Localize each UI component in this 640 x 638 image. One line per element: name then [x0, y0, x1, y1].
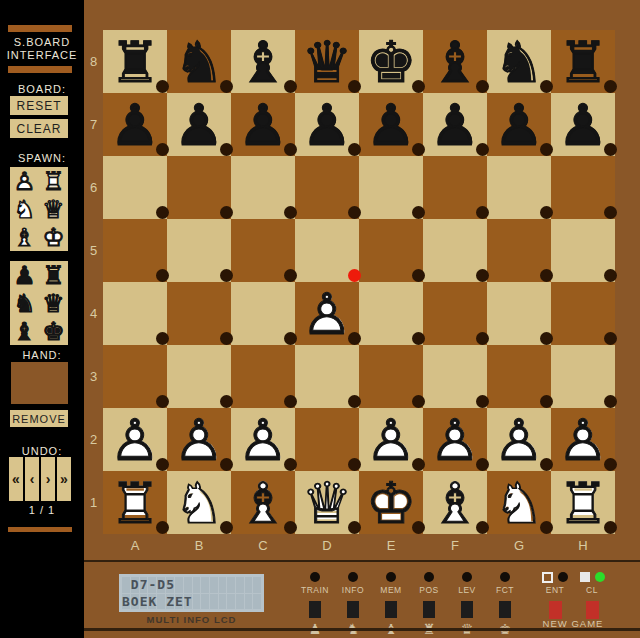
lcd-char-cell [245, 577, 253, 593]
lcd-char-cell [227, 594, 235, 610]
lcd-char-cell: 7 [140, 577, 148, 593]
sidebar: S.BOARD INTERFACE BOARD: RESET CLEAR SPA… [0, 0, 84, 638]
sensor-dot [540, 395, 553, 408]
square-h3[interactable] [551, 345, 615, 408]
sensor-dot [284, 458, 297, 471]
fn-group-lev: LEV♛ [448, 572, 486, 636]
sensor-dot [284, 332, 297, 345]
sensor-dot [476, 395, 489, 408]
square-e6[interactable] [359, 156, 423, 219]
undo-controls: «‹›» [9, 457, 75, 501]
square-g3[interactable] [487, 345, 551, 408]
square-b2[interactable]: ♟♙ [167, 408, 231, 471]
hand-box[interactable] [11, 362, 68, 404]
square-f6[interactable] [423, 156, 487, 219]
square-h1[interactable]: ♜♖ [551, 471, 615, 534]
sensor-dot [540, 332, 553, 345]
piece-outline: ♙ [10, 261, 39, 289]
sensor-dot [220, 143, 233, 156]
sensor-dot [540, 143, 553, 156]
square-c3[interactable] [231, 345, 295, 408]
sensor-dot [604, 80, 617, 93]
lcd-char-cell: D [131, 577, 139, 593]
black-pawn: ♟ [10, 261, 39, 289]
multi-info-lcd: D7-D5 BOEK ZET [119, 574, 264, 612]
sensor-dot [604, 269, 617, 282]
square-e5[interactable] [359, 219, 423, 282]
spawn-black-k[interactable]: ♚♔ [39, 317, 68, 345]
square-d2[interactable] [295, 408, 359, 471]
board-section-label: BOARD: [0, 83, 84, 95]
info-led [348, 572, 358, 582]
sensor-dot [540, 521, 553, 534]
undo-section-label: UNDO: [0, 445, 84, 457]
pos-button[interactable] [423, 601, 435, 618]
sensor-dot [476, 332, 489, 345]
square-b5[interactable] [167, 219, 231, 282]
lcd-char-cell [219, 577, 227, 593]
sensor-dot [220, 80, 233, 93]
mem-button[interactable] [385, 601, 397, 618]
cl-label: CL [586, 585, 598, 595]
square-f1[interactable]: ♝♗ [423, 471, 487, 534]
square-c8[interactable]: ♝♗ [231, 30, 295, 93]
undo-status: 1 / 1 [0, 504, 84, 516]
spawn-panel-black: ♟♙♜♖♞♘♛♕♝♗♚♔ [10, 261, 68, 345]
sensor-dot [412, 269, 425, 282]
square-e8[interactable]: ♚♔ [359, 30, 423, 93]
spawn-section-label: SPAWN: [0, 152, 84, 164]
lcd-char-cell [245, 594, 253, 610]
sensor-dot [348, 80, 361, 93]
square-d7[interactable]: ♟♙ [295, 93, 359, 156]
piece-outline: ♕ [39, 195, 68, 223]
lcd-char-cell: Z [166, 594, 174, 610]
square-f2[interactable]: ♟♙ [423, 408, 487, 471]
piece-outline: ♙ [10, 167, 39, 195]
black-bishop: ♝ [10, 317, 39, 345]
rank-label-6: 6 [84, 156, 103, 219]
square-d5[interactable] [295, 219, 359, 282]
sensor-dot [476, 80, 489, 93]
square-d3[interactable] [295, 345, 359, 408]
square-g8[interactable]: ♞♘ [487, 30, 551, 93]
file-label-H: H [551, 534, 615, 560]
sensor-dot [156, 521, 169, 534]
sensor-dot [412, 395, 425, 408]
rank-label-8: 8 [84, 30, 103, 93]
square-f8[interactable]: ♝♗ [423, 30, 487, 93]
square-b1[interactable]: ♞♘ [167, 471, 231, 534]
white-king: ♚ [39, 223, 68, 251]
sensor-dot [220, 206, 233, 219]
filled-square-indicator [580, 572, 590, 582]
sensor-dot [476, 143, 489, 156]
lcd-char-cell: T [184, 594, 192, 610]
piece-outline: ♘ [10, 289, 39, 317]
reset-button[interactable]: RESET [10, 96, 68, 115]
board-frame: ♜♖♞♘♝♗♛♕♚♔♝♗♞♘♜♖♟♙♟♙♟♙♟♙♟♙♟♙♟♙♟♙♟♙♟♙♟♙♟♙… [84, 0, 640, 560]
chess-board: ♜♖♞♘♝♗♛♕♚♔♝♗♞♘♜♖♟♙♟♙♟♙♟♙♟♙♟♙♟♙♟♙♟♙♟♙♟♙♟♙… [103, 30, 615, 534]
fn-group-train: TRAIN♟ [296, 572, 334, 636]
square-h5[interactable] [551, 219, 615, 282]
sensor-dot [156, 80, 169, 93]
piece-outline: ♔ [39, 223, 68, 251]
sensor-dot [604, 332, 617, 345]
sensor-dot [604, 143, 617, 156]
square-b6[interactable] [167, 156, 231, 219]
square-c5[interactable] [231, 219, 295, 282]
divider-bar [8, 527, 72, 532]
sensor-dot [604, 458, 617, 471]
square-f4[interactable] [423, 282, 487, 345]
black-king: ♚ [39, 317, 68, 345]
lcd-char-cell [184, 577, 192, 593]
file-label-B: B [167, 534, 231, 560]
square-g6[interactable] [487, 156, 551, 219]
fct-label: FCT [496, 585, 514, 595]
square-a3[interactable] [103, 345, 167, 408]
square-h7[interactable]: ♟♙ [551, 93, 615, 156]
lcd-char-cell [210, 594, 218, 610]
file-label-A: A [103, 534, 167, 560]
piece-outline: ♔ [39, 317, 68, 345]
sensor-dot [220, 458, 233, 471]
pos-led [424, 572, 434, 582]
square-b4[interactable] [167, 282, 231, 345]
pos-label: POS [419, 585, 438, 595]
square-g7[interactable]: ♟♙ [487, 93, 551, 156]
black-rook: ♜ [39, 261, 68, 289]
sensor-dot [604, 521, 617, 534]
sensor-dot [540, 206, 553, 219]
square-g2[interactable]: ♟♙ [487, 408, 551, 471]
sensor-dot [220, 269, 233, 282]
piece-outline: ♕ [39, 289, 68, 317]
rank-label-1: 1 [84, 471, 103, 534]
cl-button[interactable] [586, 601, 599, 619]
sensor-dot [348, 332, 361, 345]
square-g1[interactable]: ♞♘ [487, 471, 551, 534]
sensor-dot [156, 332, 169, 345]
info-label: INFO [342, 585, 364, 595]
lcd-char-cell [175, 577, 183, 593]
sensor-dot [604, 395, 617, 408]
square-d1[interactable]: ♛♕ [295, 471, 359, 534]
sensor-dot [412, 458, 425, 471]
square-c6[interactable] [231, 156, 295, 219]
panel-seam [84, 628, 640, 631]
rank-label-7: 7 [84, 93, 103, 156]
train-button[interactable] [309, 601, 321, 618]
lev-led [462, 572, 472, 582]
spawn-white-k[interactable]: ♚♔ [39, 223, 68, 251]
square-e1[interactable]: ♚♔ [359, 471, 423, 534]
ent-label: ENT [546, 585, 565, 595]
lcd-char-cell: E [175, 594, 183, 610]
undo-first-button[interactable]: « [9, 457, 23, 501]
sensor-dot [156, 395, 169, 408]
square-g5[interactable] [487, 219, 551, 282]
sidebar-title-line2: INTERFACE [0, 49, 84, 61]
piece-outline: ♖ [39, 167, 68, 195]
square-h8[interactable]: ♜♖ [551, 30, 615, 93]
hand-section-label: HAND: [0, 349, 84, 361]
lcd-char-cell [236, 594, 244, 610]
sidebar-title-line1: S.BOARD [0, 36, 84, 48]
sensor-dot [540, 458, 553, 471]
mem-label: MEM [380, 585, 401, 595]
spawn-white-n[interactable]: ♞♘ [10, 195, 39, 223]
sensor-dot [412, 80, 425, 93]
cl-group: CL [568, 572, 616, 619]
black-knight: ♞ [10, 289, 39, 317]
clear-button[interactable]: CLEAR [10, 119, 68, 138]
sensor-dot [412, 206, 425, 219]
white-pawn: ♟ [10, 167, 39, 195]
square-a4[interactable] [103, 282, 167, 345]
square-h2[interactable]: ♟♙ [551, 408, 615, 471]
spawn-white-p[interactable]: ♟♙ [10, 167, 39, 195]
square-a7[interactable]: ♟♙ [103, 93, 167, 156]
sensor-dot [284, 269, 297, 282]
square-e7[interactable]: ♟♙ [359, 93, 423, 156]
square-b7[interactable]: ♟♙ [167, 93, 231, 156]
square-a5[interactable] [103, 219, 167, 282]
rank-label-2: 2 [84, 408, 103, 471]
square-c1[interactable]: ♝♗ [231, 471, 295, 534]
sensor-dot [284, 80, 297, 93]
lcd-caption: MULTI INFO LCD [119, 614, 264, 625]
fct-button[interactable] [499, 601, 511, 618]
sensor-dot [604, 206, 617, 219]
lev-label: LEV [458, 585, 476, 595]
sensor-dot [348, 521, 361, 534]
lcd-char-cell [201, 594, 209, 610]
divider-bar [8, 66, 72, 73]
sensor-dot [284, 143, 297, 156]
lcd-char-cell [253, 577, 261, 593]
square-d6[interactable] [295, 156, 359, 219]
black-queen: ♛ [39, 289, 68, 317]
sensor-dot [156, 269, 169, 282]
sensor-dot [284, 521, 297, 534]
undo-back-button[interactable]: ‹ [25, 457, 39, 501]
piece-outline: ♖ [39, 261, 68, 289]
lcd-char-cell [193, 594, 201, 610]
sensor-dot [220, 521, 233, 534]
lcd-char-cell: - [148, 577, 156, 593]
spawn-black-p[interactable]: ♟♙ [10, 261, 39, 289]
square-f3[interactable] [423, 345, 487, 408]
square-c2[interactable]: ♟♙ [231, 408, 295, 471]
white-queen: ♛ [39, 195, 68, 223]
white-rook: ♜ [39, 167, 68, 195]
remove-button[interactable]: REMOVE [10, 410, 68, 427]
square-a8[interactable]: ♜♖ [103, 30, 167, 93]
sensor-dot [412, 332, 425, 345]
spawn-white-q[interactable]: ♛♕ [39, 195, 68, 223]
square-d4[interactable]: ♟♙ [295, 282, 359, 345]
sensor-dot [476, 206, 489, 219]
sensor-dot [476, 521, 489, 534]
square-e2[interactable]: ♟♙ [359, 408, 423, 471]
move-indicator-led [348, 269, 361, 282]
sensor-dot [412, 143, 425, 156]
square-h4[interactable] [551, 282, 615, 345]
lcd-char-cell [201, 577, 209, 593]
cl-led-green [595, 572, 605, 582]
sensor-dot [156, 206, 169, 219]
square-a2[interactable]: ♟♙ [103, 408, 167, 471]
lcd-char-cell: 5 [166, 577, 174, 593]
piece-outline: ♗ [10, 223, 39, 251]
sensor-dot [348, 206, 361, 219]
lcd-char-cell: E [140, 594, 148, 610]
lcd-char-cell: O [131, 594, 139, 610]
square-e4[interactable] [359, 282, 423, 345]
spawn-black-b[interactable]: ♝♗ [10, 317, 39, 345]
sensor-dot [348, 458, 361, 471]
square-d8[interactable]: ♛♕ [295, 30, 359, 93]
file-label-G: G [487, 534, 551, 560]
ent-led [558, 572, 568, 582]
square-g4[interactable] [487, 282, 551, 345]
rank-label-4: 4 [84, 282, 103, 345]
white-knight: ♞ [10, 195, 39, 223]
lcd-char-cell: K [148, 594, 156, 610]
sensor-dot [156, 143, 169, 156]
lev-button[interactable] [461, 601, 473, 618]
fn-group-mem: MEM♝ [372, 572, 410, 636]
sensor-dot [348, 395, 361, 408]
info-button[interactable] [347, 601, 359, 618]
fn-group-pos: POS♜ [410, 572, 448, 636]
sensor-dot [284, 395, 297, 408]
lcd-char-cell [157, 594, 165, 610]
spawn-white-r[interactable]: ♜♖ [39, 167, 68, 195]
rank-label-3: 3 [84, 345, 103, 408]
square-f5[interactable] [423, 219, 487, 282]
lcd-char-cell [253, 594, 261, 610]
train-led [310, 572, 320, 582]
sensor-dot [220, 332, 233, 345]
train-label: TRAIN [301, 585, 329, 595]
spawn-black-n[interactable]: ♞♘ [10, 289, 39, 317]
lcd-char-cell [122, 577, 130, 593]
mem-led [386, 572, 396, 582]
undo-forward-button[interactable]: › [41, 457, 55, 501]
lcd-char-cell [236, 577, 244, 593]
square-h6[interactable] [551, 156, 615, 219]
square-c7[interactable]: ♟♙ [231, 93, 295, 156]
control-panel: D7-D5 BOEK ZET MULTI INFO LCD TRAIN♟INFO… [84, 560, 640, 638]
piece-outline: ♗ [10, 317, 39, 345]
spawn-white-b[interactable]: ♝♗ [10, 223, 39, 251]
undo-last-button[interactable]: » [57, 457, 71, 501]
square-a6[interactable] [103, 156, 167, 219]
square-e3[interactable] [359, 345, 423, 408]
spawn-panel-white: ♟♙♜♖♞♘♛♕♝♗♚♔ [10, 167, 68, 251]
file-label-F: F [423, 534, 487, 560]
lcd-char-cell [227, 577, 235, 593]
divider-bar [8, 25, 72, 32]
file-label-C: C [231, 534, 295, 560]
square-c4[interactable] [231, 282, 295, 345]
square-a1[interactable]: ♜♖ [103, 471, 167, 534]
white-bishop: ♝ [10, 223, 39, 251]
ent-indicators [542, 572, 568, 582]
rank-label-5: 5 [84, 219, 103, 282]
sensor-dot [476, 269, 489, 282]
sensor-dot [156, 458, 169, 471]
sensor-dot [540, 269, 553, 282]
ent-button[interactable] [549, 601, 562, 619]
lcd-char-cell: B [122, 594, 130, 610]
square-f7[interactable]: ♟♙ [423, 93, 487, 156]
lcd-char-cell: D [157, 577, 165, 593]
sensor-dot [348, 143, 361, 156]
square-b3[interactable] [167, 345, 231, 408]
spawn-black-r[interactable]: ♜♖ [39, 261, 68, 289]
cl-indicators [580, 572, 605, 582]
lcd-char-cell [193, 577, 201, 593]
square-b8[interactable]: ♞♘ [167, 30, 231, 93]
function-button-row: TRAIN♟INFO♞MEM♝POS♜LEV♛FCT♚ [296, 572, 524, 636]
lcd-char-cell [219, 594, 227, 610]
sensor-dot [540, 80, 553, 93]
fct-led [500, 572, 510, 582]
lcd-char-cell [210, 577, 218, 593]
white-square-indicator [542, 572, 553, 583]
file-label-D: D [295, 534, 359, 560]
sensor-dot [220, 395, 233, 408]
spawn-black-q[interactable]: ♛♕ [39, 289, 68, 317]
sensor-dot [412, 521, 425, 534]
sensor-dot [284, 206, 297, 219]
piece-outline: ♘ [10, 195, 39, 223]
sensor-dot [476, 458, 489, 471]
fn-group-info: INFO♞ [334, 572, 372, 636]
file-label-E: E [359, 534, 423, 560]
